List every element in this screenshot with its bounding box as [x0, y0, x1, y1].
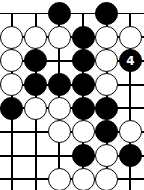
intersection-r8c2[interactable] — [24, 167, 48, 190]
intersection-r6c6[interactable] — [119, 120, 143, 144]
white-stone — [48, 26, 71, 49]
black-stone — [119, 144, 142, 167]
intersection-r7c6[interactable] — [119, 144, 143, 168]
intersection-r5c6[interactable] — [119, 96, 143, 120]
intersection-r2c6[interactable] — [119, 25, 143, 49]
intersection-r7c3[interactable] — [48, 144, 72, 168]
intersection-r3c4[interactable] — [71, 49, 95, 73]
intersection-r2c2[interactable] — [24, 25, 48, 49]
intersection-r2c3[interactable] — [48, 25, 72, 49]
intersection-r6c4[interactable] — [71, 120, 95, 144]
intersection-r6c1[interactable] — [0, 120, 24, 144]
white-stone — [95, 168, 118, 190]
black-stone — [72, 26, 95, 49]
intersection-r5c5[interactable] — [95, 96, 119, 120]
white-stone — [95, 73, 118, 96]
intersection-r3c6[interactable]: 4 — [119, 49, 143, 73]
intersection-r3c5[interactable] — [95, 49, 119, 73]
black-stone — [95, 2, 118, 25]
white-stone — [0, 49, 23, 72]
black-stone — [72, 49, 95, 72]
intersection-r5c3[interactable] — [48, 96, 72, 120]
black-stone — [72, 144, 95, 167]
intersection-r4c1[interactable] — [0, 73, 24, 97]
intersection-r8c3[interactable] — [48, 167, 72, 190]
intersection-r4c5[interactable] — [95, 73, 119, 97]
black-stone — [95, 97, 118, 120]
intersection-r2c4[interactable] — [71, 25, 95, 49]
intersection-r8c6[interactable] — [119, 167, 143, 190]
intersection-r6c2[interactable] — [24, 120, 48, 144]
intersection-r1c5[interactable] — [95, 2, 119, 26]
white-stone — [95, 144, 118, 167]
intersection-r1c1[interactable] — [0, 2, 24, 26]
black-stone — [24, 49, 47, 72]
intersection-r1c3[interactable] — [48, 2, 72, 26]
intersection-r7c4[interactable] — [71, 144, 95, 168]
intersection-r5c1[interactable] — [0, 96, 24, 120]
intersection-r6c5[interactable] — [95, 120, 119, 144]
intersection-r2c5[interactable] — [95, 25, 119, 49]
intersection-r5c2[interactable] — [24, 96, 48, 120]
black-stone — [95, 120, 118, 143]
intersection-r3c3[interactable] — [48, 49, 72, 73]
white-stone — [119, 120, 142, 143]
intersection-r3c1[interactable] — [0, 49, 24, 73]
intersection-r1c6[interactable] — [119, 2, 143, 26]
intersection-r4c2[interactable] — [24, 73, 48, 97]
white-stone — [119, 26, 142, 49]
black-stone — [48, 2, 71, 25]
intersection-r5c4[interactable] — [71, 96, 95, 120]
white-stone — [24, 26, 47, 49]
white-stone — [72, 168, 95, 190]
intersection-r1c2[interactable] — [24, 2, 48, 26]
intersection-r3c2[interactable] — [24, 49, 48, 73]
black-stone — [24, 73, 47, 96]
intersection-r7c1[interactable] — [0, 144, 24, 168]
black-stone — [0, 97, 23, 120]
intersection-r7c5[interactable] — [95, 144, 119, 168]
black-stone — [72, 97, 95, 120]
black-stone — [48, 73, 71, 96]
intersection-r8c1[interactable] — [0, 167, 24, 190]
white-stone — [72, 120, 95, 143]
intersection-r4c3[interactable] — [48, 73, 72, 97]
white-stone — [48, 120, 71, 143]
intersection-r7c2[interactable] — [24, 144, 48, 168]
white-stone — [0, 26, 23, 49]
white-stone — [0, 73, 23, 96]
black-stone: 4 — [119, 49, 142, 72]
intersection-r6c3[interactable] — [48, 120, 72, 144]
white-stone — [48, 168, 71, 190]
white-stone — [95, 49, 118, 72]
intersection-r4c6[interactable] — [119, 73, 143, 97]
go-board: 4 — [0, 0, 144, 190]
intersection-r8c4[interactable] — [71, 167, 95, 190]
black-stone — [72, 73, 95, 96]
intersection-r8c5[interactable] — [95, 167, 119, 190]
intersection-r1c4[interactable] — [71, 2, 95, 26]
intersection-r4c4[interactable] — [71, 73, 95, 97]
move-number-label: 4 — [126, 55, 134, 67]
white-stone — [24, 97, 47, 120]
intersection-r2c1[interactable] — [0, 25, 24, 49]
white-stone — [95, 26, 118, 49]
go-board-grid: 4 — [0, 2, 142, 190]
white-stone — [48, 97, 71, 120]
